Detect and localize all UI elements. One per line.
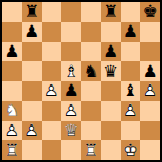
white-rook-piece: ♜♖ xyxy=(81,140,101,160)
square-d2[interactable]: ♛♕ xyxy=(61,121,81,141)
square-b4[interactable] xyxy=(22,81,42,101)
square-e7[interactable] xyxy=(81,22,101,42)
square-e8[interactable] xyxy=(81,2,101,22)
square-b3[interactable] xyxy=(22,101,42,121)
square-h6[interactable] xyxy=(140,42,160,62)
square-a3[interactable]: ♞♘ xyxy=(2,101,22,121)
square-g7[interactable]: ♟ xyxy=(121,22,141,42)
square-a5[interactable] xyxy=(2,61,22,81)
square-g3[interactable]: ♟♙ xyxy=(121,101,141,121)
square-h3[interactable] xyxy=(140,101,160,121)
square-d1[interactable] xyxy=(61,140,81,160)
square-h2[interactable] xyxy=(140,121,160,141)
square-b8[interactable]: ♜ xyxy=(22,2,42,22)
square-f5[interactable]: ♛ xyxy=(101,61,121,81)
white-piece-outline: ♕ xyxy=(61,121,81,141)
square-a7[interactable] xyxy=(2,22,22,42)
square-c4[interactable]: ♟♙ xyxy=(42,81,62,101)
square-b1[interactable] xyxy=(22,140,42,160)
square-d6[interactable] xyxy=(61,42,81,62)
square-a6[interactable]: ♟ xyxy=(2,42,22,62)
square-c8[interactable] xyxy=(42,2,62,22)
square-g6[interactable] xyxy=(121,42,141,62)
square-g2[interactable] xyxy=(121,121,141,141)
square-f2[interactable] xyxy=(101,121,121,141)
square-e1[interactable]: ♜♖ xyxy=(81,140,101,160)
square-h8[interactable]: ♚ xyxy=(140,2,160,22)
black-bishop-piece: ♝ xyxy=(121,81,141,101)
white-pawn-piece: ♟♙ xyxy=(22,121,42,141)
square-e6[interactable] xyxy=(81,42,101,62)
black-pawn-piece: ♟ xyxy=(121,22,141,42)
white-pawn-piece: ♟♙ xyxy=(2,121,22,141)
black-pawn-piece: ♟ xyxy=(22,22,42,42)
square-g1[interactable]: ♚♔ xyxy=(121,140,141,160)
white-piece-outline: ♙ xyxy=(140,81,160,101)
square-h4[interactable]: ♟♙ xyxy=(140,81,160,101)
square-f1[interactable] xyxy=(101,140,121,160)
black-king-piece: ♚ xyxy=(140,2,160,22)
square-h5[interactable]: ♟ xyxy=(140,61,160,81)
black-pawn-piece: ♟ xyxy=(2,42,22,62)
white-rook-piece: ♜♖ xyxy=(2,140,22,160)
square-f7[interactable] xyxy=(101,22,121,42)
square-a4[interactable] xyxy=(2,81,22,101)
square-h7[interactable] xyxy=(140,22,160,42)
white-piece-outline: ♖ xyxy=(2,140,22,160)
square-e4[interactable] xyxy=(81,81,101,101)
square-g4[interactable]: ♝ xyxy=(121,81,141,101)
square-d8[interactable] xyxy=(61,2,81,22)
white-piece-outline: ♗ xyxy=(61,61,81,81)
square-h1[interactable] xyxy=(140,140,160,160)
square-g5[interactable] xyxy=(121,61,141,81)
black-knight-piece: ♞ xyxy=(81,61,101,81)
black-queen-piece: ♛ xyxy=(101,61,121,81)
square-b2[interactable]: ♟♙ xyxy=(22,121,42,141)
square-c1[interactable] xyxy=(42,140,62,160)
square-f6[interactable]: ♟ xyxy=(101,42,121,62)
white-piece-outline: ♙ xyxy=(22,121,42,141)
white-pawn-piece: ♟♙ xyxy=(140,81,160,101)
square-c7[interactable] xyxy=(42,22,62,42)
white-piece-outline: ♙ xyxy=(42,81,62,101)
black-pawn-piece: ♟ xyxy=(101,42,121,62)
black-rook-piece: ♜ xyxy=(101,2,121,22)
white-piece-outline: ♔ xyxy=(121,140,141,160)
square-a2[interactable]: ♟♙ xyxy=(2,121,22,141)
white-queen-piece: ♛♕ xyxy=(61,121,81,141)
white-piece-outline: ♖ xyxy=(81,140,101,160)
square-c6[interactable] xyxy=(42,42,62,62)
square-c5[interactable] xyxy=(42,61,62,81)
square-a1[interactable]: ♜♖ xyxy=(2,140,22,160)
white-king-piece: ♚♔ xyxy=(121,140,141,160)
square-g8[interactable] xyxy=(121,2,141,22)
square-e5[interactable]: ♞ xyxy=(81,61,101,81)
square-e3[interactable] xyxy=(81,101,101,121)
white-knight-piece: ♞♘ xyxy=(2,101,22,121)
square-b7[interactable]: ♟ xyxy=(22,22,42,42)
square-b6[interactable] xyxy=(22,42,42,62)
square-d3[interactable]: ♟♙ xyxy=(61,101,81,121)
white-piece-outline: ♙ xyxy=(121,101,141,121)
square-c2[interactable] xyxy=(42,121,62,141)
white-pawn-piece: ♟♙ xyxy=(121,101,141,121)
black-pawn-piece: ♟ xyxy=(140,61,160,81)
white-piece-outline: ♘ xyxy=(2,101,22,121)
square-a8[interactable] xyxy=(2,2,22,22)
chess-board: ♜♜♚♟♟♟♟♝♗♞♛♟♟♙♟♝♟♙♞♘♟♙♟♙♟♙♟♙♛♕♜♖♜♖♚♔ xyxy=(2,2,160,160)
black-pawn-piece: ♟ xyxy=(61,81,81,101)
black-rook-piece: ♜ xyxy=(22,2,42,22)
square-f8[interactable]: ♜ xyxy=(101,2,121,22)
square-e2[interactable] xyxy=(81,121,101,141)
white-pawn-piece: ♟♙ xyxy=(42,81,62,101)
square-f4[interactable] xyxy=(101,81,121,101)
chess-board-frame: ♜♜♚♟♟♟♟♝♗♞♛♟♟♙♟♝♟♙♞♘♟♙♟♙♟♙♟♙♛♕♜♖♜♖♚♔ xyxy=(0,0,162,162)
white-piece-outline: ♙ xyxy=(2,121,22,141)
square-d4[interactable]: ♟ xyxy=(61,81,81,101)
white-pawn-piece: ♟♙ xyxy=(61,101,81,121)
white-bishop-piece: ♝♗ xyxy=(61,61,81,81)
square-b5[interactable] xyxy=(22,61,42,81)
square-d7[interactable] xyxy=(61,22,81,42)
white-piece-outline: ♙ xyxy=(61,101,81,121)
square-c3[interactable] xyxy=(42,101,62,121)
square-d5[interactable]: ♝♗ xyxy=(61,61,81,81)
square-f3[interactable] xyxy=(101,101,121,121)
